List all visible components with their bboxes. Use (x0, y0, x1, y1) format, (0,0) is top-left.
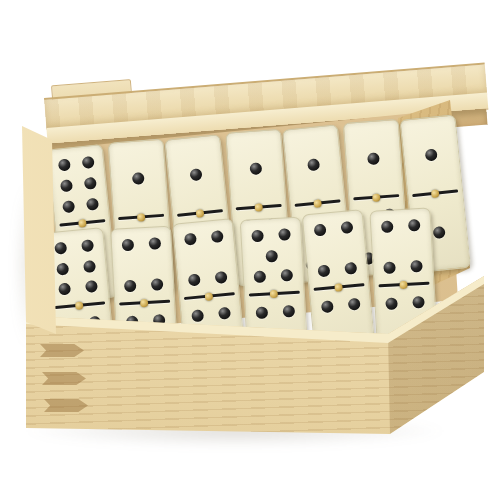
pip (344, 262, 357, 275)
brass-spinner (372, 193, 381, 202)
pip (54, 242, 67, 255)
domino-half-1 (111, 144, 165, 213)
brass-spinner (75, 301, 84, 310)
pip (151, 278, 164, 291)
brass-spinner (205, 292, 214, 301)
pip (255, 306, 268, 319)
pip (218, 306, 231, 319)
domino-half-4 (305, 215, 365, 284)
pip (408, 219, 421, 232)
pip (211, 230, 224, 243)
pip (188, 274, 201, 287)
pip (57, 159, 70, 172)
domino-half-1 (229, 134, 283, 203)
domino-half-1 (346, 125, 400, 194)
brass-spinner (270, 289, 278, 297)
brass-spinner (313, 199, 322, 208)
pip (149, 237, 162, 250)
pip (307, 158, 320, 171)
pip (410, 260, 423, 273)
brass-spinner (196, 209, 205, 218)
tile-divider (177, 209, 223, 217)
pip (60, 179, 73, 192)
tile-divider (314, 283, 365, 291)
pip (124, 280, 137, 293)
pip (317, 265, 330, 278)
pip (62, 200, 75, 213)
brass-spinner (431, 189, 440, 198)
pip (412, 296, 425, 309)
pip (86, 198, 99, 211)
pip (385, 297, 398, 310)
pip (283, 305, 296, 318)
pip (215, 271, 228, 284)
domino-half-1 (286, 130, 342, 200)
pip (253, 271, 266, 284)
tile-divider (249, 291, 300, 297)
pip (58, 283, 71, 296)
domino-half-4 (373, 213, 431, 280)
pip (266, 250, 279, 263)
tile-divider (353, 194, 400, 200)
domino-half-5 (243, 222, 301, 289)
pip (383, 262, 396, 275)
pip (367, 153, 380, 166)
pip (251, 230, 264, 243)
pip (313, 224, 326, 237)
pip (433, 226, 446, 239)
pip (85, 280, 98, 293)
tile-divider (412, 189, 458, 197)
domino-half-1 (403, 120, 459, 190)
pip (249, 162, 262, 175)
pip (278, 228, 291, 241)
pip (341, 221, 354, 234)
pip (281, 269, 294, 282)
domino-half-4 (176, 224, 236, 293)
pip (82, 156, 95, 169)
product-photo-domino-box (0, 0, 500, 500)
tile-divider (118, 214, 165, 220)
pip (184, 233, 197, 246)
pip (321, 300, 334, 313)
pip (425, 149, 438, 162)
brass-spinner (254, 203, 263, 212)
pip (348, 297, 361, 310)
tile-divider (235, 204, 282, 210)
tile-divider (379, 282, 430, 288)
pip (189, 168, 202, 181)
tile-divider (54, 301, 105, 309)
brass-spinner (78, 218, 87, 227)
domino-half-6 (50, 150, 106, 220)
tile-divider (184, 292, 235, 300)
tile-divider (119, 300, 170, 306)
pip (122, 239, 135, 252)
pip (191, 309, 204, 322)
pip (84, 177, 97, 190)
brass-spinner (335, 283, 344, 292)
pip (132, 172, 145, 185)
pip (81, 239, 94, 252)
pip (83, 260, 96, 273)
brass-spinner (400, 280, 408, 288)
domino-half-1 (168, 140, 224, 210)
pip (56, 262, 69, 275)
brass-spinner (137, 213, 146, 222)
tile-divider (59, 219, 105, 227)
brass-spinner (140, 298, 148, 306)
tile-divider (294, 199, 340, 207)
pip (381, 221, 394, 234)
domino-half-4 (114, 231, 172, 298)
